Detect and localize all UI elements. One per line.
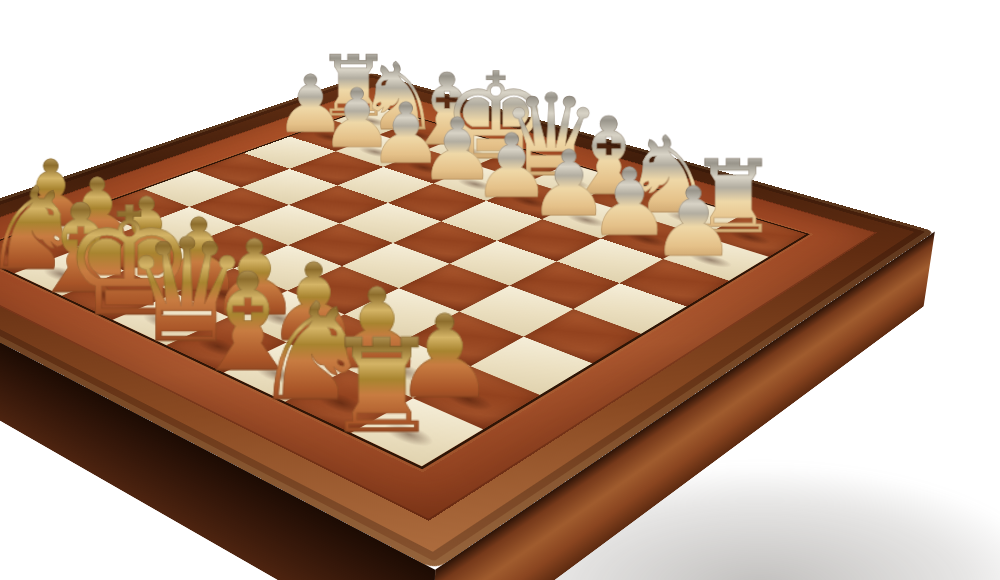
chess-set-product-photo: ♜♞♝♚♛♝♞♜♟♟♟♟♟♟♟♟♟♟♟♟♟♟♟♟♜♞♝♚♛♝♞♜ <box>0 0 1000 580</box>
black-rook-a8: ♜ <box>323 323 439 452</box>
white-pawn-a2: ♟ <box>651 175 737 271</box>
scene: ♜♞♝♚♛♝♞♜♟♟♟♟♟♟♟♟♟♟♟♟♟♟♟♟♜♞♝♚♛♝♞♜ <box>0 0 1000 580</box>
chess-case: ♜♞♝♚♛♝♞♜♟♟♟♟♟♟♟♟♟♟♟♟♟♟♟♟♜♞♝♚♛♝♞♜ <box>0 73 935 570</box>
